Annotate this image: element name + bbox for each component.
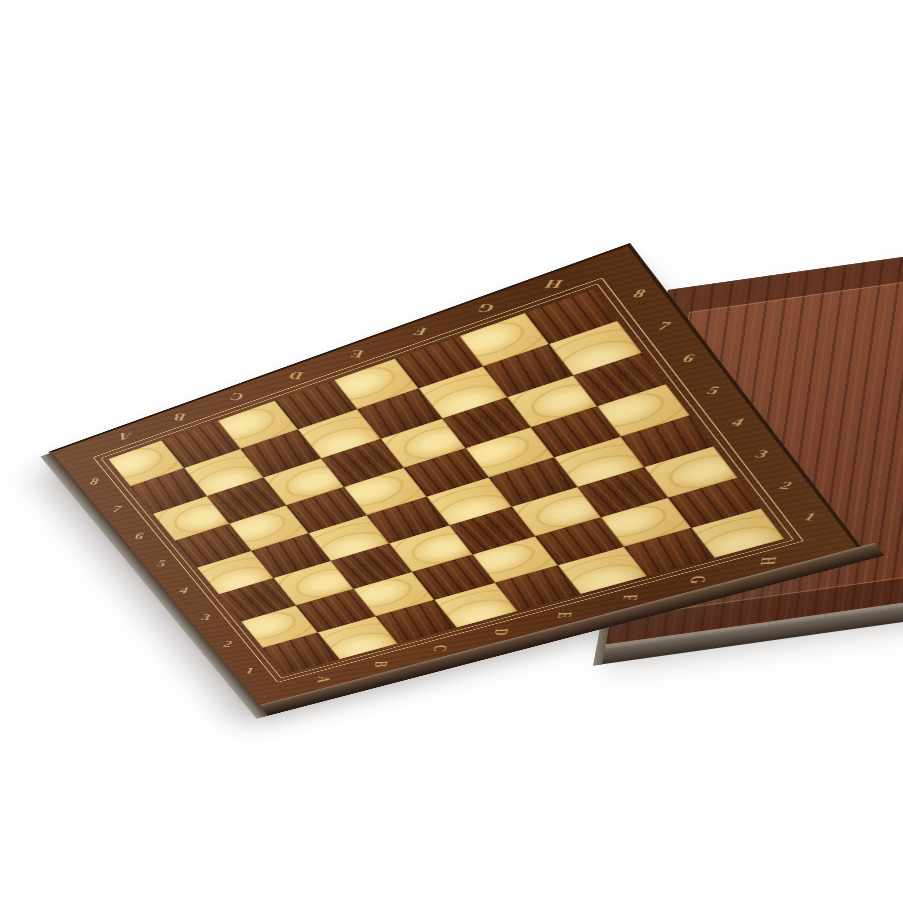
file-label-near-b: B	[369, 658, 392, 669]
rank-label-right-4: 4	[720, 415, 754, 430]
file-label-near-f: F	[616, 591, 642, 604]
file-label-far-e: E	[342, 347, 371, 361]
rank-label-right-7: 7	[647, 319, 681, 334]
rank-label-left-6: 6	[127, 530, 152, 543]
file-label-near-e: E	[551, 609, 576, 621]
file-label-far-h: H	[537, 277, 569, 291]
file-label-far-b: B	[167, 410, 193, 423]
rank-label-left-8: 8	[82, 475, 107, 488]
file-label-near-a: A	[312, 674, 334, 685]
file-label-near-h: H	[753, 554, 781, 568]
file-label-near-d: D	[488, 626, 512, 638]
rank-label-left-3: 3	[193, 611, 218, 623]
file-label-far-c: C	[223, 390, 250, 403]
rank-label-right-2: 2	[768, 478, 803, 493]
rank-label-left-1: 1	[237, 665, 263, 677]
rank-label-left-2: 2	[215, 638, 240, 650]
rank-label-right-1: 1	[792, 510, 827, 524]
rank-label-right-5: 5	[696, 383, 730, 398]
file-label-near-c: C	[427, 643, 450, 655]
product-photo-stage: AA88BB77CC66DD55EE44FF33GG22HH11	[0, 0, 903, 903]
file-label-far-a: A	[112, 430, 137, 443]
file-label-near-g: G	[683, 573, 710, 586]
rank-label-left-5: 5	[149, 557, 174, 570]
rank-label-left-4: 4	[171, 584, 196, 596]
file-label-far-g: G	[470, 301, 501, 315]
rank-label-right-6: 6	[672, 351, 706, 366]
rank-label-left-7: 7	[104, 503, 129, 516]
rank-label-right-8: 8	[622, 286, 656, 301]
file-label-far-f: F	[405, 324, 435, 338]
file-label-far-d: D	[282, 369, 310, 382]
rank-label-right-3: 3	[744, 447, 778, 462]
